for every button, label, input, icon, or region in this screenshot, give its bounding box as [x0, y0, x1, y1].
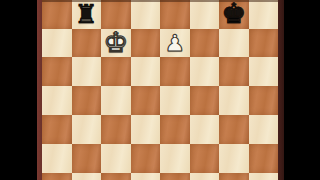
square-a5 — [42, 57, 72, 86]
square-f4 — [190, 86, 220, 115]
square-c4 — [101, 86, 131, 115]
square-h6 — [249, 29, 279, 58]
square-e5 — [160, 57, 190, 86]
square-f1 — [190, 173, 220, 180]
square-e4 — [160, 86, 190, 115]
square-h2 — [249, 144, 279, 173]
square-f5 — [190, 57, 220, 86]
square-e3 — [160, 115, 190, 144]
square-h7 — [249, 0, 279, 29]
square-d2 — [131, 144, 161, 173]
square-h4 — [249, 86, 279, 115]
square-c2 — [101, 144, 131, 173]
square-b4 — [72, 86, 102, 115]
square-e1 — [160, 173, 190, 180]
square-a2 — [42, 144, 72, 173]
square-g5 — [219, 57, 249, 86]
letterbox-left — [0, 0, 37, 180]
square-g7: ♚ — [219, 0, 249, 29]
square-g3 — [219, 115, 249, 144]
square-a7 — [42, 0, 72, 29]
square-c6: ♚ — [101, 29, 131, 58]
square-a1 — [42, 173, 72, 180]
square-h3 — [249, 115, 279, 144]
square-a6 — [42, 29, 72, 58]
square-f2 — [190, 144, 220, 173]
square-d6 — [131, 29, 161, 58]
square-g1 — [219, 173, 249, 180]
chess-board-frame: ♛♜♚♚♟ — [37, 0, 284, 180]
square-a3 — [42, 115, 72, 144]
square-f6 — [190, 29, 220, 58]
square-c5 — [101, 57, 131, 86]
square-d5 — [131, 57, 161, 86]
square-f3 — [190, 115, 220, 144]
white-queen-cropped: ♛ — [131, 0, 161, 4]
square-c1 — [101, 173, 131, 180]
black-rook: ♜ — [72, 0, 102, 29]
square-a4 — [42, 86, 72, 115]
square-g2 — [219, 144, 249, 173]
square-d3 — [131, 115, 161, 144]
square-b2 — [72, 144, 102, 173]
square-e2 — [160, 144, 190, 173]
square-b1 — [72, 173, 102, 180]
square-b6 — [72, 29, 102, 58]
black-king: ♚ — [219, 0, 249, 29]
square-d4 — [131, 86, 161, 115]
square-b5 — [72, 57, 102, 86]
square-d1 — [131, 173, 161, 180]
square-f7 — [190, 0, 220, 29]
square-b3 — [72, 115, 102, 144]
video-frame: ♛♜♚♚♟ — [0, 0, 320, 180]
letterbox-right — [284, 0, 320, 180]
square-e7 — [160, 0, 190, 29]
square-c7 — [101, 0, 131, 29]
white-king: ♚ — [101, 29, 131, 58]
square-g6 — [219, 29, 249, 58]
square-c3 — [101, 115, 131, 144]
white-pawn: ♟ — [160, 29, 190, 58]
chess-board: ♛♜♚♚♟ — [42, 0, 278, 180]
square-e6: ♟ — [160, 29, 190, 58]
square-g4 — [219, 86, 249, 115]
square-h5 — [249, 57, 279, 86]
square-b7: ♜ — [72, 0, 102, 29]
square-h1 — [249, 173, 279, 180]
